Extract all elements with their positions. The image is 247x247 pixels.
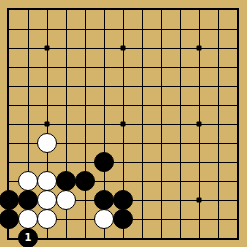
star-point [121, 46, 126, 51]
black-stone[interactable] [94, 152, 114, 172]
star-point [197, 46, 202, 51]
grid-line-vertical [161, 10, 162, 238]
black-stone[interactable] [113, 190, 133, 210]
grid-line-horizontal [9, 162, 237, 163]
black-stone[interactable] [0, 190, 19, 210]
star-point [45, 46, 50, 51]
black-stone[interactable] [56, 171, 76, 191]
black-stone[interactable] [75, 171, 95, 191]
grid-line-vertical [180, 10, 181, 238]
star-point [197, 122, 202, 127]
black-stone[interactable] [94, 190, 114, 210]
grid-line-vertical [142, 10, 143, 238]
black-stone[interactable] [0, 209, 19, 229]
move-number-label: 1 [25, 233, 32, 243]
white-stone[interactable] [37, 209, 57, 229]
white-stone[interactable] [94, 209, 114, 229]
grid-line-vertical [218, 10, 219, 238]
star-point [197, 198, 202, 203]
go-board[interactable]: 1 [0, 0, 247, 247]
black-stone[interactable]: 1 [18, 228, 38, 247]
star-point [45, 122, 50, 127]
white-stone[interactable] [37, 171, 57, 191]
white-stone[interactable] [37, 133, 57, 153]
star-point [121, 122, 126, 127]
black-stone[interactable] [18, 190, 38, 210]
white-stone[interactable] [18, 171, 38, 191]
black-stone[interactable] [113, 209, 133, 229]
white-stone[interactable] [18, 209, 38, 229]
white-stone[interactable] [56, 190, 76, 210]
white-stone[interactable] [37, 190, 57, 210]
